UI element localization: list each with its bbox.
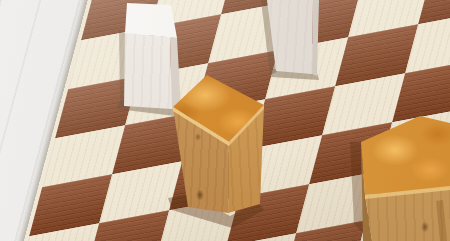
- chess-board: [0, 0, 450, 241]
- photo-stage: [0, 0, 450, 241]
